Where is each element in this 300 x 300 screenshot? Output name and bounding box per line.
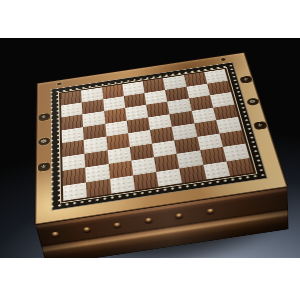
square-g2 bbox=[200, 147, 226, 165]
square-g1 bbox=[203, 161, 230, 179]
square-c3 bbox=[107, 147, 131, 164]
frame-corner-motif-icon bbox=[221, 58, 226, 61]
decorative-border-band bbox=[51, 62, 268, 211]
page: { "game": "chess", "position": "8/8/8/8/… bbox=[0, 0, 300, 300]
square-d1 bbox=[133, 172, 159, 191]
chess-box: ⚜☸⚜⚜☸⚜ bbox=[35, 52, 287, 224]
board-inner-border bbox=[58, 67, 257, 203]
square-f4 bbox=[172, 123, 197, 140]
drawer-knob bbox=[175, 213, 183, 219]
drawer-knob bbox=[113, 222, 121, 228]
crest-inlay-icon: ⚜ bbox=[253, 121, 267, 130]
square-e3 bbox=[152, 140, 177, 157]
square-b2 bbox=[85, 164, 109, 182]
square-a2 bbox=[63, 167, 87, 185]
square-e2 bbox=[154, 154, 179, 172]
crest-inlay-icon: ⚜ bbox=[37, 162, 49, 172]
rosette-inlay-icon: ☸ bbox=[246, 98, 260, 107]
frame-corner-motif-icon bbox=[57, 82, 62, 85]
square-e1 bbox=[156, 168, 182, 186]
scene-wrapper: ⚜☸⚜⚜☸⚜ bbox=[20, 38, 281, 258]
crest-inlay-icon: ⚜ bbox=[239, 76, 252, 84]
square-d4 bbox=[128, 130, 152, 147]
rosette-inlay-icon: ☸ bbox=[38, 137, 50, 146]
square-b4 bbox=[84, 137, 107, 154]
square-f3 bbox=[174, 137, 199, 154]
square-a4 bbox=[62, 140, 85, 157]
drawer-knob bbox=[206, 208, 214, 214]
square-a1 bbox=[63, 182, 87, 201]
square-f2 bbox=[177, 150, 203, 168]
crest-inlay-icon: ⚜ bbox=[38, 113, 49, 122]
square-f1 bbox=[180, 165, 207, 183]
drawer-knob bbox=[51, 232, 60, 238]
board-grid bbox=[61, 69, 254, 201]
square-c2 bbox=[108, 161, 133, 179]
square-b1 bbox=[86, 179, 111, 198]
product-photo: ⚜☸⚜⚜☸⚜ bbox=[0, 38, 300, 258]
square-h4 bbox=[216, 117, 242, 133]
square-g3 bbox=[197, 133, 223, 150]
square-e4 bbox=[150, 127, 174, 144]
square-h2 bbox=[223, 144, 250, 162]
square-a3 bbox=[62, 153, 85, 170]
square-h1 bbox=[226, 158, 253, 176]
square-d3 bbox=[130, 143, 154, 160]
drawer-knob bbox=[144, 218, 152, 224]
square-c4 bbox=[106, 133, 130, 150]
square-b3 bbox=[85, 150, 109, 167]
square-g4 bbox=[194, 120, 219, 137]
square-d2 bbox=[131, 157, 156, 175]
drawer-knob bbox=[82, 227, 91, 233]
square-h3 bbox=[219, 130, 245, 147]
square-c1 bbox=[110, 175, 135, 194]
